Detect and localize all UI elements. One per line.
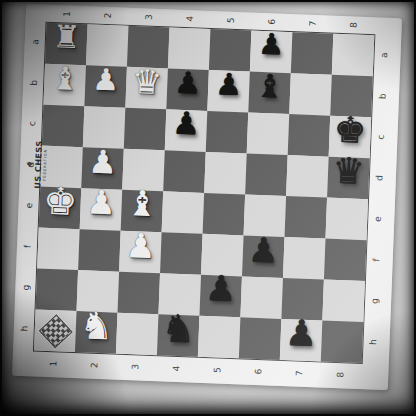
piece-black-king-c8[interactable]: ♚ [333,111,367,148]
rank-label-bottom-6: 6 [246,351,271,393]
square-g3[interactable] [117,272,160,315]
piece-black-pawn-b4[interactable]: ♟ [174,67,202,98]
square-d7[interactable] [286,155,329,198]
piece-white-pawn-f3[interactable]: ♟ [125,227,157,262]
square-f3[interactable]: ♟ [119,231,162,274]
square-d6[interactable] [245,153,288,196]
rank-label-bottom-2: 2 [82,344,107,386]
rank-label-bottom-5: 5 [205,349,230,391]
square-e5[interactable] [203,193,246,236]
square-d4[interactable] [163,150,206,193]
rank-label-top-5: 5 [221,0,240,41]
square-b3[interactable]: ♛ [125,67,168,110]
piece-white-pawn-d2[interactable]: ♟ [88,145,118,178]
square-d5[interactable] [204,152,247,195]
rank-label-top-2: 2 [98,0,117,36]
square-c7[interactable] [288,114,331,157]
piece-black-pawn-a6[interactable]: ♟ [258,30,285,60]
square-f6[interactable]: ♟ [242,235,285,278]
square-b1[interactable]: ♝ [43,64,86,107]
piece-white-queen-b3[interactable]: ♛ [131,64,163,99]
square-c5[interactable] [206,111,249,154]
square-f7[interactable] [283,237,326,280]
square-b7[interactable] [289,73,332,116]
square-g5[interactable]: ♟ [199,275,242,318]
piece-black-pawn-c4[interactable]: ♟ [172,108,201,140]
square-e1[interactable]: ♚ [39,187,82,230]
square-c4[interactable]: ♟ [165,109,208,152]
rank-label-top-8: 8 [344,4,363,46]
rank-label-bottom-7: 7 [287,352,312,394]
file-label-right-f: f [355,248,397,272]
square-h2[interactable]: ♞ [75,311,118,354]
square-c3[interactable] [124,108,167,151]
file-label-left-g: g [5,277,47,299]
square-e7[interactable] [285,196,328,239]
rank-label-bottom-8: 8 [327,354,352,396]
file-label-right-e: e [356,207,398,231]
square-g6[interactable] [240,276,283,319]
square-b6[interactable]: ♝ [248,72,291,115]
file-label-right-b: b [361,84,403,108]
piece-white-knight-h2[interactable]: ♞ [79,306,115,345]
piece-white-rook-a1[interactable]: ♜ [52,21,81,53]
piece-black-pawn-b5[interactable]: ♟ [215,69,243,100]
piece-white-bishop-b1[interactable]: ♝ [50,61,80,94]
square-b2[interactable]: ♟ [84,65,127,108]
square-d8[interactable]: ♛ [327,157,370,200]
piece-black-pawn-h7[interactable]: ♟ [285,315,319,352]
rank-label-bottom-3: 3 [123,346,148,388]
vinyl-board-sheet: 12345678 12345678 abcdefgh abcdefgh ❖ US… [12,4,402,390]
square-e4[interactable] [162,191,205,234]
piece-black-pawn-f6[interactable]: ♟ [248,232,280,267]
square-c6[interactable] [247,113,290,156]
piece-black-queen-d8[interactable]: ♛ [332,152,366,189]
piece-black-pawn-g5[interactable]: ♟ [205,271,238,307]
square-b5[interactable]: ♟ [207,70,250,113]
square-f4[interactable] [160,232,203,275]
piece-white-king-e1[interactable]: ♚ [42,181,78,220]
piece-black-bishop-b6[interactable]: ♝ [255,69,285,102]
file-label-right-h: h [352,330,394,354]
rank-label-top-3: 3 [139,0,158,38]
piece-white-bishop-e3[interactable]: ♝ [126,186,159,222]
piece-white-pawn-e2[interactable]: ♟ [86,185,117,219]
file-label-left-f: f [6,236,48,258]
chess-board-grid: ♜♟♝♟♛♟♟♝♟♚♟♛♚♟♝♟♟♟♞♞♟ [33,22,375,364]
file-label-left-h: h [3,318,45,340]
file-label-left-b: b [12,72,54,94]
file-label-right-a: a [363,43,405,67]
square-f2[interactable] [78,229,121,272]
file-label-right-g: g [353,289,395,313]
square-e2[interactable]: ♟ [80,188,123,231]
rank-label-bottom-4: 4 [164,348,189,390]
piece-black-knight-h4[interactable]: ♞ [161,309,197,348]
piece-white-pawn-b2[interactable]: ♟ [92,64,120,95]
square-h4[interactable]: ♞ [157,314,200,357]
file-label-left-a: a [14,31,56,53]
board-photo: 12345678 12345678 abcdefgh abcdefgh ❖ US… [0,0,416,416]
rank-label-top-7: 7 [303,3,322,45]
rank-label-bottom-1: 1 [41,343,66,385]
rank-label-top-4: 4 [180,0,199,40]
